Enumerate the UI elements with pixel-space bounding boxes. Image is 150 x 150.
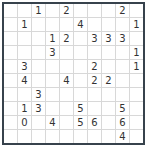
cell-r3c5[interactable]: 2 <box>60 32 73 45</box>
cell-r1c4[interactable] <box>46 4 59 17</box>
cell-r4c8[interactable] <box>102 46 115 59</box>
cell-r1c1[interactable] <box>4 4 17 17</box>
cell-r9c1[interactable] <box>4 116 17 129</box>
cell-r6c10[interactable] <box>130 74 143 87</box>
cell-r1c8[interactable] <box>102 4 115 17</box>
cell-r5c5[interactable] <box>60 60 73 73</box>
cell-r1c9[interactable]: 2 <box>116 4 129 17</box>
cell-r2c4[interactable] <box>46 18 59 31</box>
cell-r7c5[interactable] <box>60 88 73 101</box>
cell-r10c6[interactable] <box>74 130 87 143</box>
cell-r3c9[interactable]: 3 <box>116 32 129 45</box>
cell-r10c3[interactable] <box>32 130 45 143</box>
cell-r9c5[interactable] <box>60 116 73 129</box>
cell-r9c10[interactable] <box>130 116 143 129</box>
cell-r8c2[interactable]: 1 <box>18 102 31 115</box>
cell-r5c8[interactable] <box>102 60 115 73</box>
cell-r10c5[interactable] <box>60 130 73 143</box>
cell-r8c6[interactable]: 5 <box>74 102 87 115</box>
cell-r9c6[interactable]: 5 <box>74 116 87 129</box>
cell-r4c3[interactable] <box>32 46 45 59</box>
cell-r3c3[interactable] <box>32 32 45 45</box>
cell-r3c7[interactable]: 3 <box>88 32 101 45</box>
cell-r8c1[interactable] <box>4 102 17 115</box>
cell-r2c8[interactable] <box>102 18 115 31</box>
cell-r6c3[interactable] <box>32 74 45 87</box>
cell-r7c7[interactable] <box>88 88 101 101</box>
cell-r3c10[interactable] <box>130 32 143 45</box>
cell-r4c1[interactable] <box>4 46 17 59</box>
cell-r7c2[interactable] <box>18 88 31 101</box>
cell-r10c1[interactable] <box>4 130 17 143</box>
cell-r3c1[interactable] <box>4 32 17 45</box>
cell-r8c3[interactable]: 3 <box>32 102 45 115</box>
cell-r5c6[interactable] <box>74 60 87 73</box>
cell-r7c8[interactable] <box>102 88 115 101</box>
cell-r9c2[interactable]: 0 <box>18 116 31 129</box>
cell-r4c10[interactable]: 1 <box>130 46 143 59</box>
cell-r8c9[interactable]: 5 <box>116 102 129 115</box>
cell-r4c7[interactable] <box>88 46 101 59</box>
cell-r3c2[interactable] <box>18 32 31 45</box>
cell-r3c8[interactable]: 3 <box>102 32 115 45</box>
cell-r2c1[interactable] <box>4 18 17 31</box>
cell-r8c8[interactable] <box>102 102 115 115</box>
cell-r5c9[interactable] <box>116 60 129 73</box>
cell-r3c6[interactable] <box>74 32 87 45</box>
cell-r2c10[interactable]: 1 <box>130 18 143 31</box>
cell-r9c8[interactable] <box>102 116 115 129</box>
cell-r4c9[interactable] <box>116 46 129 59</box>
cell-r3c4[interactable]: 1 <box>46 32 59 45</box>
cell-r8c7[interactable] <box>88 102 101 115</box>
cell-r10c7[interactable] <box>88 130 101 143</box>
cell-r2c2[interactable]: 1 <box>18 18 31 31</box>
cell-r5c1[interactable] <box>4 60 17 73</box>
cell-r6c1[interactable] <box>4 74 17 87</box>
cell-r1c7[interactable] <box>88 4 101 17</box>
cell-r7c9[interactable] <box>116 88 129 101</box>
cell-r5c10[interactable]: 1 <box>130 60 143 73</box>
cell-r7c1[interactable] <box>4 88 17 101</box>
cell-r6c4[interactable] <box>46 74 59 87</box>
cell-r5c3[interactable] <box>32 60 45 73</box>
cell-r1c6[interactable] <box>74 4 87 17</box>
cell-r4c5[interactable] <box>60 46 73 59</box>
cell-r2c3[interactable] <box>32 18 45 31</box>
cell-r6c8[interactable]: 2 <box>102 74 115 87</box>
cell-r1c10[interactable] <box>130 4 143 17</box>
cell-r4c4[interactable]: 3 <box>46 46 59 59</box>
cell-r2c6[interactable]: 4 <box>74 18 87 31</box>
cell-r7c3[interactable]: 3 <box>32 88 45 101</box>
cell-r6c2[interactable]: 4 <box>18 74 31 87</box>
puzzle-board: 1221411233331321442231355045664 <box>2 2 145 145</box>
cell-r1c3[interactable]: 1 <box>32 4 45 17</box>
cell-r8c4[interactable] <box>46 102 59 115</box>
cell-r8c5[interactable] <box>60 102 73 115</box>
cell-r9c4[interactable]: 4 <box>46 116 59 129</box>
cell-r1c5[interactable]: 2 <box>60 4 73 17</box>
cell-r7c6[interactable] <box>74 88 87 101</box>
cell-r9c3[interactable] <box>32 116 45 129</box>
cell-r4c2[interactable] <box>18 46 31 59</box>
cell-r5c4[interactable] <box>46 60 59 73</box>
cell-r10c2[interactable] <box>18 130 31 143</box>
cell-r2c5[interactable] <box>60 18 73 31</box>
cell-r1c2[interactable] <box>18 4 31 17</box>
cell-r2c7[interactable] <box>88 18 101 31</box>
cell-r6c7[interactable]: 2 <box>88 74 101 87</box>
cell-r5c7[interactable]: 2 <box>88 60 101 73</box>
cell-r5c2[interactable]: 3 <box>18 60 31 73</box>
cell-r9c9[interactable]: 6 <box>116 116 129 129</box>
cell-r10c10[interactable] <box>130 130 143 143</box>
cell-r8c10[interactable] <box>130 102 143 115</box>
cell-r9c7[interactable]: 6 <box>88 116 101 129</box>
cell-r10c4[interactable] <box>46 130 59 143</box>
cell-r6c6[interactable] <box>74 74 87 87</box>
cell-r7c4[interactable] <box>46 88 59 101</box>
cell-r2c9[interactable] <box>116 18 129 31</box>
cell-r10c8[interactable] <box>102 130 115 143</box>
cell-r10c9[interactable]: 4 <box>116 130 129 143</box>
cell-r6c5[interactable]: 4 <box>60 74 73 87</box>
cell-r4c6[interactable] <box>74 46 87 59</box>
cell-r6c9[interactable] <box>116 74 129 87</box>
cell-r7c10[interactable] <box>130 88 143 101</box>
